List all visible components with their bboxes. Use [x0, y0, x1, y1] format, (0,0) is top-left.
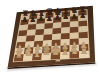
square-f8[interactable] [62, 11, 70, 17]
square-b3[interactable] [25, 41, 35, 48]
square-c4[interactable] [34, 35, 43, 41]
square-h4[interactable] [79, 32, 88, 39]
square-a8[interactable] [21, 14, 30, 20]
square-c6[interactable] [36, 23, 45, 29]
square-b6[interactable] [27, 24, 36, 30]
square-f7[interactable] [61, 16, 70, 22]
square-f6[interactable] [61, 22, 70, 28]
square-d3[interactable] [43, 40, 52, 47]
square-a6[interactable] [19, 25, 28, 31]
square-g7[interactable] [70, 16, 79, 22]
square-a5[interactable] [18, 30, 27, 36]
square-d2[interactable] [42, 46, 52, 53]
square-d1[interactable] [41, 53, 51, 60]
square-b1[interactable] [23, 54, 33, 61]
square-h6[interactable] [78, 21, 87, 27]
square-b8[interactable] [29, 14, 38, 20]
square-h7[interactable] [78, 15, 87, 21]
square-c5[interactable] [35, 29, 44, 35]
square-b4[interactable] [26, 35, 35, 41]
square-e8[interactable] [53, 12, 61, 18]
square-f3[interactable] [61, 39, 70, 46]
square-b7[interactable] [28, 19, 37, 25]
square-g4[interactable] [70, 32, 79, 39]
square-f2[interactable] [60, 45, 69, 52]
square-f5[interactable] [61, 27, 70, 33]
square-g1[interactable] [70, 51, 80, 58]
square-d5[interactable] [44, 28, 53, 34]
square-f1[interactable] [60, 52, 70, 59]
square-h8[interactable] [78, 10, 87, 16]
square-a2[interactable] [15, 48, 25, 55]
square-e1[interactable] [51, 52, 61, 59]
square-g8[interactable] [70, 11, 78, 17]
square-a1[interactable] [14, 54, 24, 61]
square-d6[interactable] [44, 23, 53, 29]
square-e6[interactable] [53, 22, 62, 28]
square-b2[interactable] [24, 47, 34, 54]
square-f4[interactable] [61, 33, 70, 40]
square-d4[interactable] [43, 34, 52, 41]
square-c2[interactable] [33, 47, 43, 54]
square-e5[interactable] [52, 28, 61, 34]
square-h2[interactable] [79, 44, 89, 51]
square-g5[interactable] [70, 27, 79, 33]
square-e3[interactable] [52, 40, 61, 47]
square-h5[interactable] [79, 26, 88, 32]
square-e2[interactable] [51, 46, 60, 53]
square-h3[interactable] [79, 38, 88, 45]
square-g6[interactable] [70, 21, 79, 27]
square-c3[interactable] [34, 41, 43, 48]
square-a4[interactable] [17, 36, 26, 42]
square-c1[interactable] [32, 53, 42, 60]
square-h1[interactable] [79, 51, 89, 58]
square-a7[interactable] [20, 19, 29, 25]
square-a3[interactable] [16, 42, 26, 49]
square-d7[interactable] [45, 18, 54, 24]
square-g3[interactable] [70, 38, 79, 45]
square-e4[interactable] [52, 34, 61, 41]
square-e7[interactable] [53, 17, 62, 23]
square-g2[interactable] [70, 45, 79, 52]
square-c7[interactable] [37, 18, 46, 24]
square-c8[interactable] [37, 13, 46, 19]
chess-board[interactable] [0, 0, 100, 75]
square-d8[interactable] [45, 12, 54, 18]
chess-set-photo: ♜♞♝♛♚♝♞♜♟♟♟♟♟♟♟♟♟♟♟♟♟♟♟♟♜♞♝♛♚♝♞♜ [0, 0, 100, 75]
square-b5[interactable] [27, 30, 36, 36]
